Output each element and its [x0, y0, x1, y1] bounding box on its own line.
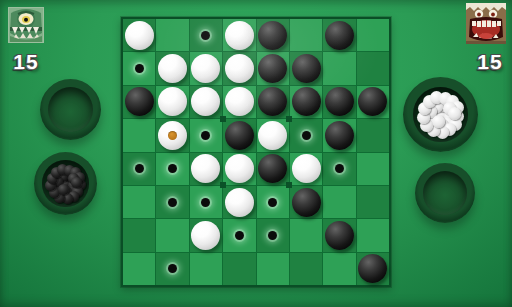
cell-a3[interactable] [123, 86, 155, 118]
cell-g2[interactable] [323, 52, 355, 84]
board-star-point [220, 182, 226, 188]
white-spare-disc [432, 115, 445, 128]
cell-c2[interactable] [190, 52, 222, 84]
white-disc [225, 87, 254, 116]
cell-a2[interactable] [123, 52, 155, 84]
legal-move-dot [302, 131, 311, 140]
cell-g8[interactable] [323, 253, 355, 285]
legal-move-dot [168, 264, 177, 273]
cell-f7[interactable] [290, 219, 322, 251]
cell-e8[interactable] [257, 253, 289, 285]
last-move-marker [168, 131, 177, 140]
cell-f1[interactable] [290, 19, 322, 51]
cell-b7[interactable] [156, 219, 188, 251]
cell-c8[interactable] [190, 253, 222, 285]
cell-a4[interactable] [123, 119, 155, 151]
bowl-well [48, 87, 93, 132]
board-star-point [220, 116, 226, 122]
white-score: 15 [468, 50, 512, 74]
black-disc [292, 54, 321, 83]
cell-c5[interactable] [190, 153, 222, 185]
legal-move-dot [268, 198, 277, 207]
cell-d3[interactable] [223, 86, 255, 118]
cell-d5[interactable] [223, 153, 255, 185]
cell-d7[interactable] [223, 219, 255, 251]
cell-d8[interactable] [223, 253, 255, 285]
cell-h4[interactable] [357, 119, 389, 151]
white-disc [225, 154, 254, 183]
cell-f5[interactable] [290, 153, 322, 185]
legal-move-dot [335, 164, 344, 173]
cell-e4[interactable] [257, 119, 289, 151]
cell-a6[interactable] [123, 186, 155, 218]
black-disc [292, 87, 321, 116]
white-disc [125, 21, 154, 50]
bowl-well [423, 171, 467, 215]
black-disc [358, 254, 387, 283]
white-disc [225, 21, 254, 50]
black-disc [325, 87, 354, 116]
cell-e3[interactable] [257, 86, 289, 118]
cell-a5[interactable] [123, 153, 155, 185]
black-disc [325, 21, 354, 50]
white-disc [225, 54, 254, 83]
legal-move-dot [235, 231, 244, 240]
cell-d6[interactable] [223, 186, 255, 218]
black-disc [258, 87, 287, 116]
bowl-well [42, 160, 89, 207]
cell-h2[interactable] [357, 52, 389, 84]
cell-f8[interactable] [290, 253, 322, 285]
cell-a7[interactable] [123, 219, 155, 251]
white-disc [158, 54, 187, 83]
board-grid [123, 19, 389, 285]
black-disc [125, 87, 154, 116]
cell-d4[interactable] [223, 119, 255, 151]
black-score: 15 [4, 50, 48, 74]
cell-e7[interactable] [257, 219, 289, 251]
cell-g3[interactable] [323, 86, 355, 118]
cell-c4[interactable] [190, 119, 222, 151]
game-screen: 15 15 [0, 0, 512, 307]
cell-b2[interactable] [156, 52, 188, 84]
black-spare-disc [58, 184, 69, 195]
cell-c1[interactable] [190, 19, 222, 51]
cell-b4[interactable] [156, 119, 188, 151]
cell-g7[interactable] [323, 219, 355, 251]
cell-c3[interactable] [190, 86, 222, 118]
cell-h5[interactable] [357, 153, 389, 185]
legal-move-dot [201, 131, 210, 140]
cell-f6[interactable] [290, 186, 322, 218]
cell-b1[interactable] [156, 19, 188, 51]
white-disc [258, 121, 287, 150]
cell-h1[interactable] [357, 19, 389, 51]
white-disc [191, 221, 220, 250]
white-spare-disc [448, 107, 461, 120]
board [121, 17, 391, 287]
legal-move-dot [168, 164, 177, 173]
cell-h3[interactable] [357, 86, 389, 118]
white-disc [158, 121, 187, 150]
cell-g4[interactable] [323, 119, 355, 151]
black-disc [225, 121, 254, 150]
legal-move-dot [268, 231, 277, 240]
white-player-avatar-red-mouth-monster-icon [466, 3, 506, 44]
white-disc [158, 87, 187, 116]
white-disc [191, 154, 220, 183]
cell-e6[interactable] [257, 186, 289, 218]
cell-c7[interactable] [190, 219, 222, 251]
black-disc [258, 54, 287, 83]
board-star-point [286, 182, 292, 188]
bowl-well [413, 87, 469, 143]
white-reserve-bowl [403, 77, 478, 152]
cell-b8[interactable] [156, 253, 188, 285]
cell-e5[interactable] [257, 153, 289, 185]
black-disc [258, 154, 287, 183]
white-disc [191, 87, 220, 116]
black-disc [358, 87, 387, 116]
cell-b5[interactable] [156, 153, 188, 185]
cell-b6[interactable] [156, 186, 188, 218]
white-capture-bowl-empty [415, 163, 475, 223]
black-disc [325, 221, 354, 250]
board-star-point [286, 116, 292, 122]
legal-move-dot [135, 164, 144, 173]
cell-d1[interactable] [223, 19, 255, 51]
cell-e2[interactable] [257, 52, 289, 84]
cell-g1[interactable] [323, 19, 355, 51]
black-disc [325, 121, 354, 150]
legal-move-dot [201, 198, 210, 207]
white-disc [225, 188, 254, 217]
cell-f2[interactable] [290, 52, 322, 84]
cell-b3[interactable] [156, 86, 188, 118]
legal-move-dot [168, 198, 177, 207]
cell-a1[interactable] [123, 19, 155, 51]
black-player-avatar-green-monster-icon [8, 7, 44, 43]
cell-h6[interactable] [357, 186, 389, 218]
cell-c6[interactable] [190, 186, 222, 218]
cell-g6[interactable] [323, 186, 355, 218]
cell-e1[interactable] [257, 19, 289, 51]
black-disc [258, 21, 287, 50]
cell-h8[interactable] [357, 253, 389, 285]
cell-f4[interactable] [290, 119, 322, 151]
legal-move-dot [135, 64, 144, 73]
cell-f3[interactable] [290, 86, 322, 118]
black-disc [292, 188, 321, 217]
black-reserve-bowl [34, 152, 97, 215]
black-capture-bowl-empty [40, 79, 101, 140]
cell-h7[interactable] [357, 219, 389, 251]
white-disc [191, 54, 220, 83]
white-disc [292, 154, 321, 183]
cell-d2[interactable] [223, 52, 255, 84]
cell-g5[interactable] [323, 153, 355, 185]
cell-a8[interactable] [123, 253, 155, 285]
legal-move-dot [201, 31, 210, 40]
